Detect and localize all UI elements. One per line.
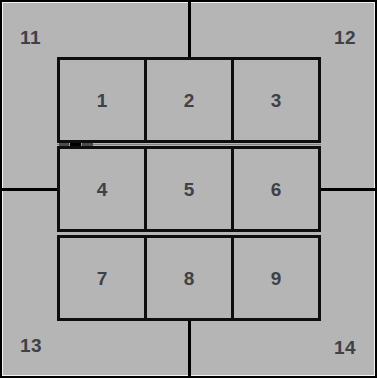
corner-label-top-left: 11 [20, 28, 41, 47]
grid-row-3: 7 8 9 [57, 235, 321, 321]
grid-row-1: 1 2 3 [57, 57, 321, 143]
right-midpoint-tick-line [320, 188, 376, 191]
corner-label-bottom-left: 13 [20, 336, 42, 355]
grid-cell-4: 4 [57, 146, 147, 232]
cell-number: 9 [271, 269, 282, 288]
left-midpoint-tick-line [2, 188, 58, 191]
cell-number: 4 [97, 180, 108, 199]
cell-number: 5 [184, 180, 195, 199]
grid-cell-7: 7 [57, 235, 147, 321]
cell-number: 3 [271, 91, 282, 110]
row-gap-dashed-line-artifact [57, 143, 321, 146]
bottom-midpoint-tick-line [188, 321, 191, 376]
grid-cell-5: 5 [144, 146, 234, 232]
cell-number: 1 [97, 91, 108, 110]
thin-gray-line [57, 144, 321, 145]
top-midpoint-tick-line [188, 2, 191, 58]
grid-cell-6: 6 [231, 146, 321, 232]
corner-label-top-right: 12 [334, 28, 356, 47]
dash-segment [70, 143, 81, 146]
corner-label-bottom-right: 14 [334, 338, 356, 357]
grid-row-2: 4 5 6 [57, 146, 321, 232]
dash-segment [82, 143, 93, 146]
dash-segment [59, 143, 69, 146]
cell-number: 8 [184, 269, 195, 288]
grid-cell-3: 3 [231, 57, 321, 143]
cell-number: 2 [184, 91, 195, 110]
grid-cell-2: 2 [144, 57, 234, 143]
cell-number: 7 [97, 269, 108, 288]
cell-number: 6 [271, 180, 282, 199]
grid-cell-8: 8 [144, 235, 234, 321]
numbered-grid: 1 2 3 4 5 6 7 8 9 [57, 57, 321, 321]
diagram-canvas: 11 12 13 14 1 2 3 4 5 6 7 8 9 [0, 0, 377, 378]
grid-cell-9: 9 [231, 235, 321, 321]
grid-cell-1: 1 [57, 57, 147, 143]
